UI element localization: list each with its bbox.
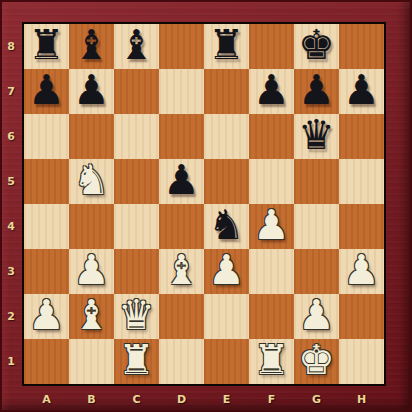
rank-label-5: 5 <box>0 159 22 204</box>
piece-black-bishop[interactable]: ♝ <box>118 25 155 66</box>
square-g3[interactable] <box>294 249 339 294</box>
rank-labels: 87654321 <box>0 24 22 384</box>
square-e3[interactable]: ♟ <box>204 249 249 294</box>
square-c4[interactable] <box>114 204 159 249</box>
piece-white-pawn[interactable]: ♟ <box>73 250 110 291</box>
square-c3[interactable] <box>114 249 159 294</box>
square-f2[interactable] <box>249 294 294 339</box>
square-b5[interactable]: ♞ <box>69 159 114 204</box>
square-g5[interactable] <box>294 159 339 204</box>
square-h6[interactable] <box>339 114 384 159</box>
square-g6[interactable]: ♛ <box>294 114 339 159</box>
piece-black-rook[interactable]: ♜ <box>208 25 245 66</box>
square-h1[interactable] <box>339 339 384 384</box>
square-a4[interactable] <box>24 204 69 249</box>
rank-label-1: 1 <box>0 339 22 384</box>
file-label-d: D <box>159 386 204 412</box>
square-a8[interactable]: ♜ <box>24 24 69 69</box>
square-f4[interactable]: ♟ <box>249 204 294 249</box>
piece-black-pawn[interactable]: ♟ <box>253 70 290 111</box>
square-c8[interactable]: ♝ <box>114 24 159 69</box>
square-d8[interactable] <box>159 24 204 69</box>
file-label-a: A <box>24 386 69 412</box>
file-label-g: G <box>294 386 339 412</box>
square-g2[interactable]: ♟ <box>294 294 339 339</box>
square-d3[interactable]: ♝ <box>159 249 204 294</box>
square-d4[interactable] <box>159 204 204 249</box>
square-f1[interactable]: ♜ <box>249 339 294 384</box>
piece-black-queen[interactable]: ♛ <box>298 115 335 156</box>
piece-black-pawn[interactable]: ♟ <box>73 70 110 111</box>
square-e5[interactable] <box>204 159 249 204</box>
piece-black-pawn[interactable]: ♟ <box>163 160 200 201</box>
square-a5[interactable] <box>24 159 69 204</box>
piece-white-pawn[interactable]: ♟ <box>343 250 380 291</box>
square-f7[interactable]: ♟ <box>249 69 294 114</box>
square-b3[interactable]: ♟ <box>69 249 114 294</box>
square-h2[interactable] <box>339 294 384 339</box>
square-g8[interactable]: ♚ <box>294 24 339 69</box>
chess-board-frame: 87654321 ♜♝♝♜♚♟♟♟♟♟♛♞♟♞♟♟♝♟♟♟♝♛♟♜♜♚ ABCD… <box>0 0 412 412</box>
square-e1[interactable] <box>204 339 249 384</box>
file-labels: ABCDEFGH <box>24 386 384 412</box>
square-a1[interactable] <box>24 339 69 384</box>
square-b7[interactable]: ♟ <box>69 69 114 114</box>
square-h4[interactable] <box>339 204 384 249</box>
piece-black-king[interactable]: ♚ <box>298 25 335 66</box>
piece-black-knight[interactable]: ♞ <box>208 205 245 246</box>
square-h8[interactable] <box>339 24 384 69</box>
square-b2[interactable]: ♝ <box>69 294 114 339</box>
square-a6[interactable] <box>24 114 69 159</box>
square-d2[interactable] <box>159 294 204 339</box>
piece-black-pawn[interactable]: ♟ <box>298 70 335 111</box>
square-b6[interactable] <box>69 114 114 159</box>
square-d6[interactable] <box>159 114 204 159</box>
rank-label-6: 6 <box>0 114 22 159</box>
square-h3[interactable]: ♟ <box>339 249 384 294</box>
piece-black-pawn[interactable]: ♟ <box>343 70 380 111</box>
square-g4[interactable] <box>294 204 339 249</box>
file-label-c: C <box>114 386 159 412</box>
piece-white-pawn[interactable]: ♟ <box>253 205 290 246</box>
square-d1[interactable] <box>159 339 204 384</box>
piece-white-knight[interactable]: ♞ <box>73 160 110 201</box>
square-c6[interactable] <box>114 114 159 159</box>
piece-white-queen[interactable]: ♛ <box>118 295 155 336</box>
board: ♜♝♝♜♚♟♟♟♟♟♛♞♟♞♟♟♝♟♟♟♝♛♟♜♜♚ <box>22 22 386 386</box>
square-g7[interactable]: ♟ <box>294 69 339 114</box>
square-e4[interactable]: ♞ <box>204 204 249 249</box>
piece-white-rook[interactable]: ♜ <box>253 340 290 381</box>
square-b1[interactable] <box>69 339 114 384</box>
file-label-e: E <box>204 386 249 412</box>
square-c1[interactable]: ♜ <box>114 339 159 384</box>
piece-white-bishop[interactable]: ♝ <box>73 295 110 336</box>
square-f3[interactable] <box>249 249 294 294</box>
rank-label-4: 4 <box>0 204 22 249</box>
square-f6[interactable] <box>249 114 294 159</box>
piece-black-bishop[interactable]: ♝ <box>73 25 110 66</box>
piece-black-pawn[interactable]: ♟ <box>28 70 65 111</box>
square-a3[interactable] <box>24 249 69 294</box>
piece-white-rook[interactable]: ♜ <box>118 340 155 381</box>
piece-white-king[interactable]: ♚ <box>298 340 335 381</box>
file-label-b: B <box>69 386 114 412</box>
rank-label-7: 7 <box>0 69 22 114</box>
piece-white-pawn[interactable]: ♟ <box>208 250 245 291</box>
square-g1[interactable]: ♚ <box>294 339 339 384</box>
square-e7[interactable] <box>204 69 249 114</box>
square-b8[interactable]: ♝ <box>69 24 114 69</box>
square-c5[interactable] <box>114 159 159 204</box>
square-f5[interactable] <box>249 159 294 204</box>
rank-label-2: 2 <box>0 294 22 339</box>
square-e2[interactable] <box>204 294 249 339</box>
square-e6[interactable] <box>204 114 249 159</box>
square-c7[interactable] <box>114 69 159 114</box>
square-f8[interactable] <box>249 24 294 69</box>
square-h7[interactable]: ♟ <box>339 69 384 114</box>
piece-white-pawn[interactable]: ♟ <box>298 295 335 336</box>
piece-white-bishop[interactable]: ♝ <box>163 250 200 291</box>
piece-black-rook[interactable]: ♜ <box>28 25 65 66</box>
square-e8[interactable]: ♜ <box>204 24 249 69</box>
square-a2[interactable]: ♟ <box>24 294 69 339</box>
file-label-f: F <box>249 386 294 412</box>
piece-white-pawn[interactable]: ♟ <box>28 295 65 336</box>
rank-label-8: 8 <box>0 24 22 69</box>
square-c2[interactable]: ♛ <box>114 294 159 339</box>
rank-label-3: 3 <box>0 249 22 294</box>
square-a7[interactable]: ♟ <box>24 69 69 114</box>
square-h5[interactable] <box>339 159 384 204</box>
square-d5[interactable]: ♟ <box>159 159 204 204</box>
file-label-h: H <box>339 386 384 412</box>
square-d7[interactable] <box>159 69 204 114</box>
square-b4[interactable] <box>69 204 114 249</box>
